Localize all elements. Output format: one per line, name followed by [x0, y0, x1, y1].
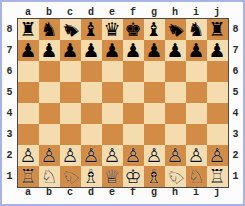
rank-label-6: 6 [3, 67, 17, 77]
square-c1[interactable]: ♘ [60, 166, 81, 187]
square-h5[interactable] [165, 82, 186, 103]
file-label-b: b [39, 188, 60, 198]
square-e1[interactable]: ♕ [102, 166, 123, 187]
square-j1[interactable]: ♖ [207, 166, 228, 187]
square-b6[interactable] [39, 61, 60, 82]
file-label-e: e [102, 188, 123, 198]
square-d8[interactable]: ♝ [81, 19, 102, 40]
square-i7[interactable]: ♟ [186, 40, 207, 61]
piece-black-pawn-e7: ♟ [102, 40, 123, 61]
rank-label-4: 4 [3, 109, 17, 119]
square-a4[interactable] [18, 103, 39, 124]
rank-label-3: 3 [3, 130, 17, 140]
rank-label-4: 4 [229, 109, 243, 119]
square-j8[interactable]: ♜ [207, 19, 228, 40]
square-h1[interactable]: ♘ [165, 166, 186, 187]
piece-black-pawn-j7: ♟ [207, 40, 228, 61]
square-g7[interactable]: ♟ [144, 40, 165, 61]
square-f2[interactable]: ♙ [123, 145, 144, 166]
square-c4[interactable] [60, 103, 81, 124]
square-d4[interactable] [81, 103, 102, 124]
square-h7[interactable]: ♟ [165, 40, 186, 61]
square-a6[interactable] [18, 61, 39, 82]
piece-black-rook-a8: ♜ [18, 19, 39, 40]
square-f3[interactable] [123, 124, 144, 145]
square-f4[interactable] [123, 103, 144, 124]
chess-board: ♜♞♞♝♛♚♝♞♞♜♟♟♟♟♟♟♟♟♟♟♙♙♙♙♙♙♙♙♙♙♖♘♘♗♕♔♗♘♘♖ [17, 18, 229, 188]
square-g4[interactable] [144, 103, 165, 124]
square-c3[interactable] [60, 124, 81, 145]
square-a2[interactable]: ♙ [18, 145, 39, 166]
rank-label-6: 6 [229, 67, 243, 77]
piece-white-pawn-f2: ♙ [123, 145, 144, 166]
file-label-j: j [207, 188, 228, 198]
file-label-a: a [18, 188, 39, 198]
piece-white-rook-a1: ♖ [18, 166, 39, 187]
square-b3[interactable] [39, 124, 60, 145]
file-label-f: f [123, 188, 144, 198]
rank-labels-left: 87654321 [3, 18, 17, 188]
piece-black-pawn-d7: ♟ [81, 40, 102, 61]
piece-white-king-f1: ♔ [123, 166, 144, 187]
file-label-f: f [123, 8, 144, 18]
square-e6[interactable] [102, 61, 123, 82]
square-f7[interactable]: ♟ [123, 40, 144, 61]
piece-black-pawn-f7: ♟ [123, 40, 144, 61]
square-b5[interactable] [39, 82, 60, 103]
piece-white-pawn-j2: ♙ [207, 145, 228, 166]
square-h8[interactable]: ♞ [165, 19, 186, 40]
square-j4[interactable] [207, 103, 228, 124]
piece-white-bishop-d1: ♗ [81, 166, 102, 187]
square-a1[interactable]: ♖ [18, 166, 39, 187]
piece-white-pawn-e2: ♙ [102, 145, 123, 166]
rank-label-8: 8 [229, 25, 243, 35]
square-g3[interactable] [144, 124, 165, 145]
rank-label-7: 7 [3, 46, 17, 56]
square-f1[interactable]: ♔ [123, 166, 144, 187]
square-a3[interactable] [18, 124, 39, 145]
diagram-frame: abcdefghij 87654321 ♜♞♞♝♛♚♝♞♞♜♟♟♟♟♟♟♟♟♟♟… [0, 0, 245, 206]
square-c7[interactable]: ♟ [60, 40, 81, 61]
square-j3[interactable] [207, 124, 228, 145]
piece-white-queen-e1: ♕ [102, 166, 123, 187]
board-layout: abcdefghij 87654321 ♜♞♞♝♛♚♝♞♞♜♟♟♟♟♟♟♟♟♟♟… [3, 5, 243, 201]
square-e2[interactable]: ♙ [102, 145, 123, 166]
piece-black-bishop-d8: ♝ [81, 19, 102, 40]
square-i8[interactable]: ♞ [186, 19, 207, 40]
square-g6[interactable] [144, 61, 165, 82]
square-i5[interactable] [186, 82, 207, 103]
square-g5[interactable] [144, 82, 165, 103]
square-i4[interactable] [186, 103, 207, 124]
square-h4[interactable] [165, 103, 186, 124]
square-j5[interactable] [207, 82, 228, 103]
piece-white-pawn-i2: ♙ [186, 145, 207, 166]
piece-black-pawn-g7: ♟ [144, 40, 165, 61]
rank-labels-right: 87654321 [229, 18, 243, 188]
piece-white-knight-i1: ♘ [186, 166, 207, 187]
piece-white-pawn-a2: ♙ [18, 145, 39, 166]
piece-black-pawn-h7: ♟ [165, 40, 186, 61]
square-h6[interactable] [165, 61, 186, 82]
square-f6[interactable] [123, 61, 144, 82]
file-label-d: d [81, 188, 102, 198]
piece-black-knight-i8: ♞ [186, 19, 207, 40]
rank-label-7: 7 [229, 46, 243, 56]
piece-black-pawn-c7: ♟ [60, 40, 81, 61]
square-j6[interactable] [207, 61, 228, 82]
piece-black-pawn-i7: ♟ [186, 40, 207, 61]
rank-label-1: 1 [3, 172, 17, 182]
square-a5[interactable] [18, 82, 39, 103]
rank-label-1: 1 [229, 172, 243, 182]
rank-label-2: 2 [3, 151, 17, 161]
square-i6[interactable] [186, 61, 207, 82]
square-i2[interactable]: ♙ [186, 145, 207, 166]
square-e3[interactable] [102, 124, 123, 145]
square-b2[interactable]: ♙ [39, 145, 60, 166]
square-c6[interactable] [60, 61, 81, 82]
file-label-j: j [207, 8, 228, 18]
rank-label-8: 8 [3, 25, 17, 35]
file-label-i: i [186, 188, 207, 198]
rank-label-2: 2 [229, 151, 243, 161]
square-d5[interactable] [81, 82, 102, 103]
square-d7[interactable]: ♟ [81, 40, 102, 61]
square-c8[interactable]: ♞ [60, 19, 81, 40]
file-label-a: a [18, 8, 39, 18]
square-e5[interactable] [102, 82, 123, 103]
rank-label-5: 5 [3, 88, 17, 98]
square-i3[interactable] [186, 124, 207, 145]
piece-black-king-f8: ♚ [123, 19, 144, 40]
square-c5[interactable] [60, 82, 81, 103]
square-h3[interactable] [165, 124, 186, 145]
rank-label-3: 3 [229, 130, 243, 140]
square-a8[interactable]: ♜ [18, 19, 39, 40]
square-f5[interactable] [123, 82, 144, 103]
square-e7[interactable]: ♟ [102, 40, 123, 61]
piece-black-queen-e8: ♛ [102, 19, 123, 40]
square-j7[interactable]: ♟ [207, 40, 228, 61]
rank-label-5: 5 [229, 88, 243, 98]
square-a7[interactable]: ♟ [18, 40, 39, 61]
piece-white-pawn-d2: ♙ [81, 145, 102, 166]
file-label-d: d [81, 8, 102, 18]
square-b7[interactable]: ♟ [39, 40, 60, 61]
piece-white-pawn-b2: ♙ [39, 145, 60, 166]
square-d2[interactable]: ♙ [81, 145, 102, 166]
square-d3[interactable] [81, 124, 102, 145]
file-label-e: e [102, 8, 123, 18]
square-e4[interactable] [102, 103, 123, 124]
square-i1[interactable]: ♘ [186, 166, 207, 187]
square-g2[interactable]: ♙ [144, 145, 165, 166]
file-label-b: b [39, 8, 60, 18]
file-labels-bottom: abcdefghij [17, 188, 229, 201]
file-label-g: g [144, 8, 165, 18]
square-d6[interactable] [81, 61, 102, 82]
file-label-g: g [144, 188, 165, 198]
piece-black-rook-j8: ♜ [207, 19, 228, 40]
piece-black-pawn-b7: ♟ [39, 40, 60, 61]
file-label-i: i [186, 8, 207, 18]
square-d1[interactable]: ♗ [81, 166, 102, 187]
file-labels-top: abcdefghij [17, 5, 229, 18]
square-j2[interactable]: ♙ [207, 145, 228, 166]
square-e8[interactable]: ♛ [102, 19, 123, 40]
piece-white-pawn-g2: ♙ [144, 145, 165, 166]
square-b4[interactable] [39, 103, 60, 124]
square-f8[interactable]: ♚ [123, 19, 144, 40]
piece-white-rook-j1: ♖ [207, 166, 228, 187]
piece-black-pawn-a7: ♟ [18, 40, 39, 61]
